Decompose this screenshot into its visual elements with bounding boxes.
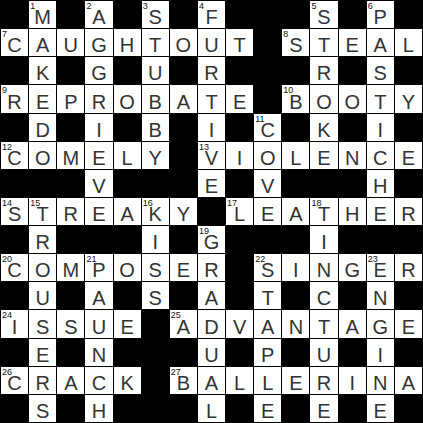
cell-letter: A <box>289 204 302 225</box>
cell-r12c3[interactable]: N <box>85 339 112 366</box>
cell-r2c3[interactable]: G <box>85 57 112 84</box>
clue-number: 1 <box>30 1 35 11</box>
cell-r12c8 <box>226 339 253 366</box>
cell-r10c3[interactable]: A <box>85 282 112 309</box>
cell-letter: R <box>7 92 21 113</box>
cell-r0c0 <box>1 1 28 28</box>
cell-r4c0 <box>1 114 28 141</box>
cell-r14c3[interactable]: H <box>85 395 112 422</box>
cell-r11c6[interactable]: 25A <box>170 310 197 337</box>
cell-r11c8[interactable]: V <box>226 310 253 337</box>
cell-r14c5 <box>142 395 169 422</box>
cell-r13c5 <box>142 367 169 394</box>
cell-r4c2 <box>57 114 84 141</box>
cell-letter: A <box>120 204 133 225</box>
clue-number: 26 <box>2 367 12 377</box>
cell-r1c10[interactable]: 8S <box>282 29 309 56</box>
cell-letter: H <box>92 401 106 422</box>
cell-r5c5[interactable]: Y <box>142 142 169 169</box>
cell-letter: E <box>374 401 387 422</box>
cell-letter: S <box>149 260 162 281</box>
cell-r8c3 <box>85 226 112 253</box>
cell-r13c8[interactable]: L <box>226 367 253 394</box>
cell-letter: E <box>36 345 49 366</box>
cell-r8c11[interactable]: I <box>310 226 337 253</box>
cell-letter: E <box>120 317 133 338</box>
cell-letter: E <box>177 260 190 281</box>
cell-letter: L <box>206 401 217 422</box>
cell-r2c9 <box>254 57 281 84</box>
cell-r1c4[interactable]: H <box>114 29 141 56</box>
clue-number: 27 <box>171 367 181 377</box>
cell-r6c4 <box>114 170 141 197</box>
cell-r2c7[interactable]: R <box>198 57 225 84</box>
cell-r14c1[interactable]: S <box>29 395 56 422</box>
cell-r11c2[interactable]: S <box>57 310 84 337</box>
cell-r7c11[interactable]: 18T <box>310 198 337 225</box>
cell-r14c10 <box>282 395 309 422</box>
cell-r4c8 <box>226 114 253 141</box>
cell-letter: V <box>92 176 105 197</box>
cell-letter: C <box>373 148 387 169</box>
cell-r14c2 <box>57 395 84 422</box>
cell-letter: T <box>205 92 217 113</box>
cell-r4c13[interactable]: I <box>367 114 394 141</box>
cell-r1c1[interactable]: A <box>29 29 56 56</box>
crossword-grid: 1M2A3S4F5S6P7CAUGHTOUT8STEALKGURRS9REPRO… <box>0 0 423 423</box>
cell-r4c7[interactable]: I <box>198 114 225 141</box>
cell-letter: U <box>64 35 78 56</box>
cell-r10c12 <box>339 282 366 309</box>
cell-r4c3[interactable]: I <box>85 114 112 141</box>
cell-r2c14 <box>395 57 422 84</box>
cell-r10c1[interactable]: U <box>29 282 56 309</box>
cell-r8c8 <box>226 226 253 253</box>
cell-r13c0[interactable]: 26C <box>1 367 28 394</box>
cell-letter: Y <box>177 204 190 225</box>
cell-letter: G <box>91 35 107 56</box>
cell-r1c0[interactable]: 7C <box>1 29 28 56</box>
cell-letter: O <box>316 92 332 113</box>
cell-r11c13[interactable]: G <box>367 310 394 337</box>
cell-letter: A <box>402 373 415 394</box>
cell-letter: I <box>349 373 355 394</box>
cell-r5c2[interactable]: M <box>57 142 84 169</box>
clue-number: 19 <box>199 226 209 236</box>
cell-r10c10 <box>282 282 309 309</box>
cell-r2c13[interactable]: S <box>367 57 394 84</box>
cell-letter: E <box>374 204 387 225</box>
cell-r9c5[interactable]: S <box>142 254 169 281</box>
cell-r3c13[interactable]: T <box>367 85 394 112</box>
cell-r12c4 <box>114 339 141 366</box>
cell-r7c6[interactable]: Y <box>170 198 197 225</box>
cell-r12c5 <box>142 339 169 366</box>
clue-number: 4 <box>199 1 204 11</box>
cell-r5c13[interactable]: C <box>367 142 394 169</box>
cell-r0c12 <box>339 1 366 28</box>
cell-letter: N <box>289 317 303 338</box>
cell-letter: G <box>344 260 360 281</box>
cell-r4c6 <box>170 114 197 141</box>
cell-r6c13[interactable]: H <box>367 170 394 197</box>
cell-r5c9[interactable]: O <box>254 142 281 169</box>
clue-number: 20 <box>2 254 12 264</box>
cell-letter: E <box>36 92 49 113</box>
cell-letter: E <box>317 401 330 422</box>
cell-r4c14 <box>395 114 422 141</box>
cell-r0c1[interactable]: 1M <box>29 1 56 28</box>
cell-letter: N <box>317 260 331 281</box>
cell-r12c7[interactable]: U <box>198 339 225 366</box>
cell-r11c4[interactable]: E <box>114 310 141 337</box>
cell-r9c10[interactable]: I <box>282 254 309 281</box>
clue-number: 12 <box>2 142 12 152</box>
cell-r7c5[interactable]: 16K <box>142 198 169 225</box>
cell-r12c12 <box>339 339 366 366</box>
cell-r9c3[interactable]: 21P <box>85 254 112 281</box>
cell-letter: D <box>204 317 218 338</box>
cell-r13c12[interactable]: I <box>339 367 366 394</box>
cell-r6c9[interactable]: V <box>254 170 281 197</box>
cell-r8c1[interactable]: R <box>29 226 56 253</box>
cell-letter: V <box>261 176 274 197</box>
cell-r0c11[interactable]: 5S <box>310 1 337 28</box>
cell-r14c7[interactable]: L <box>198 395 225 422</box>
cell-letter: I <box>321 232 327 253</box>
cell-letter: T <box>318 35 330 56</box>
cell-letter: A <box>205 288 218 309</box>
clue-number: 14 <box>2 198 12 208</box>
clue-number: 7 <box>2 29 7 39</box>
cell-r7c4[interactable]: A <box>114 198 141 225</box>
cell-r7c13[interactable]: E <box>367 198 394 225</box>
cell-r10c6 <box>170 282 197 309</box>
cell-r3c9 <box>254 85 281 112</box>
cell-r6c11 <box>310 170 337 197</box>
clue-number: 24 <box>2 310 12 320</box>
cell-r1c12[interactable]: E <box>339 29 366 56</box>
cell-r5c11[interactable]: E <box>310 142 337 169</box>
cell-r10c8 <box>226 282 253 309</box>
cell-r8c7[interactable]: 19G <box>198 226 225 253</box>
cell-r4c11[interactable]: K <box>310 114 337 141</box>
cell-r12c9[interactable]: P <box>254 339 281 366</box>
clue-number: 23 <box>368 254 378 264</box>
cell-r9c9[interactable]: 22S <box>254 254 281 281</box>
clue-number: 15 <box>30 198 40 208</box>
cell-r11c0[interactable]: 24I <box>1 310 28 337</box>
cell-letter: L <box>262 373 273 394</box>
cell-r9c7[interactable]: R <box>198 254 225 281</box>
cell-r1c14[interactable]: L <box>395 29 422 56</box>
cell-letter: S <box>317 7 330 28</box>
cell-r7c3[interactable]: E <box>85 198 112 225</box>
cell-r5c0[interactable]: 12C <box>1 142 28 169</box>
cell-r12c13[interactable]: I <box>367 339 394 366</box>
cell-letter: S <box>289 35 302 56</box>
cell-letter: A <box>92 288 105 309</box>
cell-r7c1[interactable]: 15T <box>29 198 56 225</box>
clue-number: 16 <box>143 198 153 208</box>
cell-r6c1 <box>29 170 56 197</box>
cell-r3c11[interactable]: O <box>310 85 337 112</box>
cell-r7c2[interactable]: R <box>57 198 84 225</box>
cell-r14c4 <box>114 395 141 422</box>
cell-r7c10[interactable]: A <box>282 198 309 225</box>
cell-r13c11[interactable]: R <box>310 367 337 394</box>
cell-r3c6[interactable]: A <box>170 85 197 112</box>
cell-r3c3[interactable]: R <box>85 85 112 112</box>
cell-r13c9[interactable]: L <box>254 367 281 394</box>
cell-letter: E <box>92 148 105 169</box>
cell-r10c0 <box>1 282 28 309</box>
cell-r2c1[interactable]: K <box>29 57 56 84</box>
cell-r10c7[interactable]: A <box>198 282 225 309</box>
cell-r6c14 <box>395 170 422 197</box>
cell-letter: U <box>204 345 218 366</box>
cell-r7c12[interactable]: H <box>339 198 366 225</box>
cell-r3c12[interactable]: O <box>339 85 366 112</box>
cell-r0c4 <box>114 1 141 28</box>
cell-letter: F <box>205 7 217 28</box>
cell-letter: C <box>7 35 21 56</box>
cell-letter: S <box>36 401 49 422</box>
cell-r3c8[interactable]: E <box>226 85 253 112</box>
clue-number: 2 <box>86 1 91 11</box>
cell-r11c1[interactable]: S <box>29 310 56 337</box>
cell-r10c14 <box>395 282 422 309</box>
clue-number: 11 <box>255 114 264 124</box>
cell-r4c9[interactable]: 11C <box>254 114 281 141</box>
cell-r5c3[interactable]: E <box>85 142 112 169</box>
cell-r13c6[interactable]: 27B <box>170 367 197 394</box>
cell-r7c0[interactable]: 14S <box>1 198 28 225</box>
cell-r11c11[interactable]: T <box>310 310 337 337</box>
cell-r2c6 <box>170 57 197 84</box>
cell-r4c10 <box>282 114 309 141</box>
cell-r11c3[interactable]: U <box>85 310 112 337</box>
cell-r9c8 <box>226 254 253 281</box>
cell-r2c5[interactable]: U <box>142 57 169 84</box>
cell-r12c11[interactable]: U <box>310 339 337 366</box>
cell-r14c12 <box>339 395 366 422</box>
cell-r8c4 <box>114 226 141 253</box>
cell-letter: A <box>374 35 387 56</box>
cell-r4c1[interactable]: D <box>29 114 56 141</box>
cell-r3c14[interactable]: Y <box>395 85 422 112</box>
cell-r0c2 <box>57 1 84 28</box>
cell-r8c10 <box>282 226 309 253</box>
cell-r9c1[interactable]: O <box>29 254 56 281</box>
cell-r11c5 <box>142 310 169 337</box>
cell-r10c4 <box>114 282 141 309</box>
cell-r6c8 <box>226 170 253 197</box>
cell-r3c2[interactable]: P <box>57 85 84 112</box>
cell-r14c9[interactable]: E <box>254 395 281 422</box>
cell-letter: P <box>374 7 387 28</box>
cell-letter: B <box>149 120 162 141</box>
cell-r12c10 <box>282 339 309 366</box>
cell-r1c2[interactable]: U <box>57 29 84 56</box>
cell-letter: T <box>149 35 161 56</box>
cell-r7c14[interactable]: R <box>395 198 422 225</box>
cell-r1c3[interactable]: G <box>85 29 112 56</box>
cell-r14c13[interactable]: E <box>367 395 394 422</box>
cell-letter: M <box>62 148 79 169</box>
cell-letter: E <box>402 317 415 338</box>
cell-r6c12 <box>339 170 366 197</box>
cell-letter: I <box>237 148 243 169</box>
cell-r7c8[interactable]: 17L <box>226 198 253 225</box>
cell-r8c2 <box>57 226 84 253</box>
cell-r6c10 <box>282 170 309 197</box>
cell-r5c6 <box>170 142 197 169</box>
cell-r8c5[interactable]: I <box>142 226 169 253</box>
cell-r13c10[interactable]: E <box>282 367 309 394</box>
cell-r0c3[interactable]: 2A <box>85 1 112 28</box>
cell-r13c13[interactable]: N <box>367 367 394 394</box>
cell-r14c6 <box>170 395 197 422</box>
cell-r10c11[interactable]: C <box>310 282 337 309</box>
cell-r14c8 <box>226 395 253 422</box>
cell-r12c1[interactable]: E <box>29 339 56 366</box>
cell-r6c7[interactable]: E <box>198 170 225 197</box>
cell-letter: E <box>289 373 302 394</box>
cell-r1c6[interactable]: O <box>170 29 197 56</box>
cell-r2c12 <box>339 57 366 84</box>
cell-r5c1[interactable]: O <box>29 142 56 169</box>
cell-r8c0 <box>1 226 28 253</box>
cell-r10c5[interactable]: S <box>142 282 169 309</box>
cell-r3c1[interactable]: E <box>29 85 56 112</box>
cell-r2c0 <box>1 57 28 84</box>
cell-r5c12[interactable]: N <box>339 142 366 169</box>
cell-r11c14[interactable]: E <box>395 310 422 337</box>
cell-r9c0[interactable]: 20C <box>1 254 28 281</box>
cell-r9c12[interactable]: G <box>339 254 366 281</box>
cell-r7c9[interactable]: E <box>254 198 281 225</box>
cell-r2c10 <box>282 57 309 84</box>
clue-number: 13 <box>199 142 209 152</box>
cell-r3c0[interactable]: 9R <box>1 85 28 112</box>
cell-r1c7[interactable]: U <box>198 29 225 56</box>
cell-r10c9[interactable]: T <box>254 282 281 309</box>
clue-number: 8 <box>283 29 288 39</box>
cell-letter: R <box>317 63 331 84</box>
cell-r3c7[interactable]: T <box>198 85 225 112</box>
cell-r12c6 <box>170 339 197 366</box>
cell-r4c5[interactable]: B <box>142 114 169 141</box>
cell-r10c13[interactable]: N <box>367 282 394 309</box>
cell-r9c11[interactable]: N <box>310 254 337 281</box>
cell-r6c3[interactable]: V <box>85 170 112 197</box>
cell-r9c14[interactable]: R <box>395 254 422 281</box>
cell-r11c9[interactable]: A <box>254 310 281 337</box>
cell-r13c1[interactable]: R <box>29 367 56 394</box>
cell-letter: S <box>149 7 162 28</box>
cell-letter: B <box>149 92 162 113</box>
cell-letter: L <box>122 148 133 169</box>
cell-letter: T <box>374 92 386 113</box>
cell-r6c6 <box>170 170 197 197</box>
cell-letter: E <box>402 148 415 169</box>
cell-letter: R <box>401 204 415 225</box>
cell-letter: O <box>344 92 360 113</box>
cell-r11c10[interactable]: N <box>282 310 309 337</box>
cell-r9c4[interactable]: O <box>114 254 141 281</box>
cell-r0c5[interactable]: 3S <box>142 1 169 28</box>
cell-r0c10 <box>282 1 309 28</box>
cell-r5c8[interactable]: I <box>226 142 253 169</box>
cell-r5c10[interactable]: L <box>282 142 309 169</box>
cell-letter: S <box>149 288 162 309</box>
cell-r13c4[interactable]: K <box>114 367 141 394</box>
cell-r1c11[interactable]: T <box>310 29 337 56</box>
cell-r13c3[interactable]: C <box>85 367 112 394</box>
cell-r14c11[interactable]: E <box>310 395 337 422</box>
cell-r11c7[interactable]: D <box>198 310 225 337</box>
cell-r3c4[interactable]: O <box>114 85 141 112</box>
cell-r12c0 <box>1 339 28 366</box>
cell-letter: O <box>119 92 135 113</box>
cell-r2c4 <box>114 57 141 84</box>
clue-number: 6 <box>368 1 373 11</box>
cell-r1c8[interactable]: T <box>226 29 253 56</box>
cell-r13c14[interactable]: A <box>395 367 422 394</box>
cell-letter: I <box>12 317 18 338</box>
cell-r2c11[interactable]: R <box>310 57 337 84</box>
cell-r7c7 <box>198 198 225 225</box>
cell-letter: A <box>36 35 49 56</box>
cell-r3c10[interactable]: 10B <box>282 85 309 112</box>
cell-letter: R <box>204 260 218 281</box>
cell-r5c7[interactable]: 13V <box>198 142 225 169</box>
cell-r6c2 <box>57 170 84 197</box>
cell-letter: E <box>92 204 105 225</box>
cell-r1c13[interactable]: A <box>367 29 394 56</box>
cell-r3c5[interactable]: B <box>142 85 169 112</box>
cell-letter: Y <box>149 148 162 169</box>
cell-r10c2 <box>57 282 84 309</box>
cell-r8c12 <box>339 226 366 253</box>
cell-letter: E <box>261 204 274 225</box>
cell-letter: N <box>373 288 387 309</box>
clue-number: 9 <box>2 85 7 95</box>
cell-letter: K <box>120 373 133 394</box>
cell-r9c6[interactable]: E <box>170 254 197 281</box>
cell-letter: R <box>204 63 218 84</box>
cell-letter: I <box>152 232 158 253</box>
cell-r0c7[interactable]: 4F <box>198 1 225 28</box>
cell-r8c14 <box>395 226 422 253</box>
cell-letter: L <box>234 373 245 394</box>
cell-r5c4[interactable]: L <box>114 142 141 169</box>
cell-r9c13[interactable]: 23E <box>367 254 394 281</box>
cell-letter: E <box>233 92 246 113</box>
cell-r9c2[interactable]: M <box>57 254 84 281</box>
cell-letter: A <box>64 373 77 394</box>
cell-letter: N <box>92 345 106 366</box>
cell-letter: O <box>119 260 135 281</box>
cell-r11c12[interactable]: A <box>339 310 366 337</box>
cell-r1c5[interactable]: T <box>142 29 169 56</box>
cell-r5c14[interactable]: E <box>395 142 422 169</box>
cell-r13c2[interactable]: A <box>57 367 84 394</box>
cell-r0c13[interactable]: 6P <box>367 1 394 28</box>
cell-r13c7[interactable]: A <box>198 367 225 394</box>
cell-letter: T <box>234 35 246 56</box>
